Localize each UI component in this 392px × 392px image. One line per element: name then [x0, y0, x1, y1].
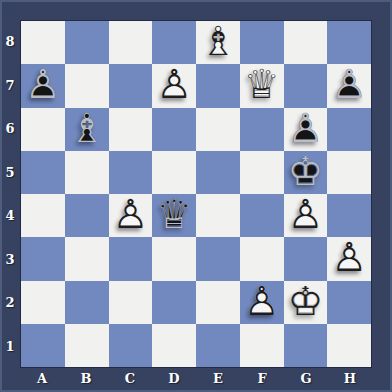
- file-label-b: B: [64, 368, 108, 392]
- rank-label-6: 6: [0, 107, 20, 151]
- board: ♝♗♟♙♟♙♛♕♟♙♝♗♟♙♚♔♟♙♛♕♟♙♟♙♟♙♚♔: [20, 20, 372, 368]
- black-bishop-outline-icon: ♗: [65, 108, 109, 151]
- square-b1[interactable]: [65, 324, 109, 367]
- piece-white-queen-f7[interactable]: ♛♕: [240, 64, 284, 107]
- black-queen-outline-icon: ♕: [152, 194, 196, 237]
- rank-label-3: 3: [0, 238, 20, 282]
- square-c3[interactable]: [109, 237, 153, 280]
- square-d5[interactable]: [152, 151, 196, 194]
- square-f8[interactable]: [240, 21, 284, 64]
- square-a1[interactable]: [21, 324, 65, 367]
- square-h6[interactable]: [327, 108, 371, 151]
- square-f2[interactable]: ♟♙: [240, 281, 284, 324]
- square-f4[interactable]: [240, 194, 284, 237]
- white-king-outline-icon: ♔: [284, 281, 328, 324]
- square-d3[interactable]: [152, 237, 196, 280]
- file-label-a: A: [20, 368, 64, 392]
- rank-label-4: 4: [0, 194, 20, 238]
- square-g8[interactable]: [284, 21, 328, 64]
- square-d7[interactable]: ♟♙: [152, 64, 196, 107]
- square-c4[interactable]: ♟♙: [109, 194, 153, 237]
- file-labels: ABCDEFGH: [20, 368, 372, 392]
- file-label-g: G: [284, 368, 328, 392]
- rank-label-5: 5: [0, 151, 20, 195]
- square-h4[interactable]: [327, 194, 371, 237]
- square-a5[interactable]: [21, 151, 65, 194]
- square-b2[interactable]: [65, 281, 109, 324]
- square-e1[interactable]: [196, 324, 240, 367]
- square-a8[interactable]: [21, 21, 65, 64]
- square-f1[interactable]: [240, 324, 284, 367]
- white-pawn-outline-icon: ♙: [109, 194, 153, 237]
- square-d6[interactable]: [152, 108, 196, 151]
- square-f3[interactable]: [240, 237, 284, 280]
- file-label-d: D: [152, 368, 196, 392]
- square-e4[interactable]: [196, 194, 240, 237]
- square-h5[interactable]: [327, 151, 371, 194]
- square-b6[interactable]: ♝♗: [65, 108, 109, 151]
- piece-white-pawn-f2[interactable]: ♟♙: [240, 281, 284, 324]
- black-pawn-outline-icon: ♙: [21, 64, 65, 107]
- square-d1[interactable]: [152, 324, 196, 367]
- square-b7[interactable]: [65, 64, 109, 107]
- white-queen-outline-icon: ♕: [240, 64, 284, 107]
- rank-label-7: 7: [0, 64, 20, 108]
- square-b3[interactable]: [65, 237, 109, 280]
- square-a2[interactable]: [21, 281, 65, 324]
- square-g4[interactable]: ♟♙: [284, 194, 328, 237]
- rank-labels: 87654321: [0, 20, 20, 368]
- square-a3[interactable]: [21, 237, 65, 280]
- square-f5[interactable]: [240, 151, 284, 194]
- square-g1[interactable]: [284, 324, 328, 367]
- piece-black-pawn-a7[interactable]: ♟♙: [21, 64, 65, 107]
- square-e6[interactable]: [196, 108, 240, 151]
- square-h3[interactable]: ♟♙: [327, 237, 371, 280]
- piece-white-pawn-g4[interactable]: ♟♙: [284, 194, 328, 237]
- square-d8[interactable]: [152, 21, 196, 64]
- piece-white-pawn-h3[interactable]: ♟♙: [327, 237, 371, 280]
- square-c8[interactable]: [109, 21, 153, 64]
- square-d2[interactable]: [152, 281, 196, 324]
- square-c7[interactable]: [109, 64, 153, 107]
- piece-black-pawn-g6[interactable]: ♟♙: [284, 108, 328, 151]
- rank-label-8: 8: [0, 20, 20, 64]
- white-pawn-outline-icon: ♙: [240, 281, 284, 324]
- square-c1[interactable]: [109, 324, 153, 367]
- square-b4[interactable]: [65, 194, 109, 237]
- square-e2[interactable]: [196, 281, 240, 324]
- square-g5[interactable]: ♚♔: [284, 151, 328, 194]
- square-d4[interactable]: ♛♕: [152, 194, 196, 237]
- black-king-outline-icon: ♔: [284, 151, 328, 194]
- black-pawn-outline-icon: ♙: [284, 108, 328, 151]
- white-pawn-outline-icon: ♙: [152, 64, 196, 107]
- square-a7[interactable]: ♟♙: [21, 64, 65, 107]
- file-label-h: H: [328, 368, 372, 392]
- square-g3[interactable]: [284, 237, 328, 280]
- square-h1[interactable]: [327, 324, 371, 367]
- piece-white-bishop-e8[interactable]: ♝♗: [196, 21, 240, 64]
- square-e7[interactable]: [196, 64, 240, 107]
- square-h7[interactable]: ♟♙: [327, 64, 371, 107]
- square-e8[interactable]: ♝♗: [196, 21, 240, 64]
- white-pawn-outline-icon: ♙: [284, 194, 328, 237]
- rank-label-1: 1: [0, 325, 20, 369]
- square-f7[interactable]: ♛♕: [240, 64, 284, 107]
- piece-black-bishop-b6[interactable]: ♝♗: [65, 108, 109, 151]
- chess-diagram-frame: 87654321 ♝♗♟♙♟♙♛♕♟♙♝♗♟♙♚♔♟♙♛♕♟♙♟♙♟♙♚♔ AB…: [0, 0, 392, 392]
- square-h8[interactable]: [327, 21, 371, 64]
- white-pawn-outline-icon: ♙: [327, 237, 371, 280]
- piece-black-pawn-h7[interactable]: ♟♙: [327, 64, 371, 107]
- square-b5[interactable]: [65, 151, 109, 194]
- square-f6[interactable]: [240, 108, 284, 151]
- square-c2[interactable]: [109, 281, 153, 324]
- piece-white-king-g2[interactable]: ♚♔: [284, 281, 328, 324]
- square-a6[interactable]: [21, 108, 65, 151]
- square-c5[interactable]: [109, 151, 153, 194]
- piece-white-pawn-d7[interactable]: ♟♙: [152, 64, 196, 107]
- square-e5[interactable]: [196, 151, 240, 194]
- square-g6[interactable]: ♟♙: [284, 108, 328, 151]
- square-h2[interactable]: [327, 281, 371, 324]
- file-label-e: E: [196, 368, 240, 392]
- white-bishop-outline-icon: ♗: [196, 21, 240, 64]
- square-c6[interactable]: [109, 108, 153, 151]
- piece-black-king-g5[interactable]: ♚♔: [284, 151, 328, 194]
- square-g2[interactable]: ♚♔: [284, 281, 328, 324]
- black-pawn-outline-icon: ♙: [327, 64, 371, 107]
- square-e3[interactable]: [196, 237, 240, 280]
- file-label-f: F: [240, 368, 284, 392]
- rank-label-2: 2: [0, 281, 20, 325]
- square-a4[interactable]: [21, 194, 65, 237]
- square-b8[interactable]: [65, 21, 109, 64]
- piece-black-queen-d4[interactable]: ♛♕: [152, 194, 196, 237]
- square-g7[interactable]: [284, 64, 328, 107]
- piece-white-pawn-c4[interactable]: ♟♙: [109, 194, 153, 237]
- file-label-c: C: [108, 368, 152, 392]
